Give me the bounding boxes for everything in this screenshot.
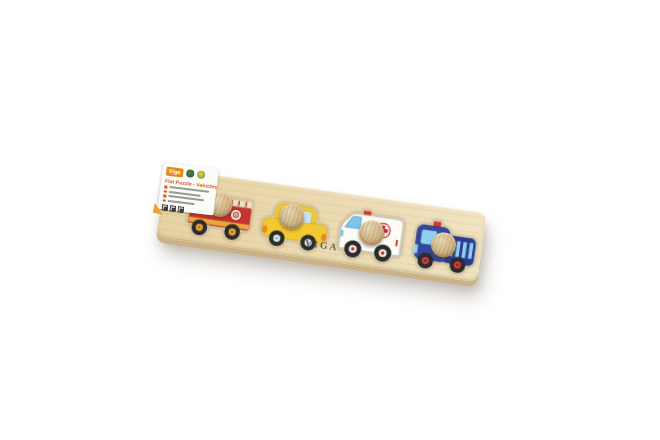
product-label: Viga Flat Puzzle - Vehicles [158, 162, 219, 215]
qr-code-icon [169, 205, 176, 212]
piece-blue-truck [406, 216, 485, 278]
bullet-icon [163, 199, 166, 202]
viga-logo: Viga [166, 166, 184, 177]
award-rosette-icon [197, 170, 206, 179]
piece-ambulance [331, 205, 410, 267]
qr-code-icon [177, 206, 184, 213]
product-photo: VIGA Viga Flat Puzzle - Vehicles [0, 0, 660, 440]
certification-badge-icon [186, 169, 195, 178]
bullet-icon [164, 190, 167, 193]
puzzle-board: VIGA Viga Flat Puzzle - Vehicles [156, 168, 487, 282]
label-corner-flap-icon [153, 203, 165, 215]
bullet-icon [164, 185, 167, 188]
bullet-icon [163, 194, 166, 197]
